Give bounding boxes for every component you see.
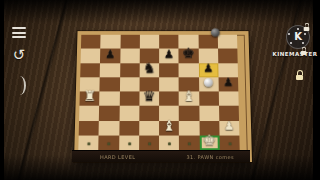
level-label: HARD LEVEL <box>100 154 135 160</box>
square-e5[interactable] <box>159 77 179 91</box>
square-a7[interactable] <box>81 49 101 63</box>
board-frame: ♟♟♚♞♟♟♜♛♝♝♟♚ <box>74 31 252 162</box>
square-b7[interactable]: ♟ <box>100 49 120 63</box>
square-h4[interactable] <box>219 91 239 105</box>
square-b1[interactable] <box>98 135 118 150</box>
square-h2[interactable]: ♟ <box>219 121 239 136</box>
square-b6[interactable] <box>100 63 120 77</box>
square-d1[interactable] <box>139 135 159 150</box>
piece-white-rook[interactable]: ♜ <box>83 90 97 104</box>
move-dot <box>168 142 171 145</box>
square-g1[interactable]: ♚ <box>199 135 219 150</box>
square-b5[interactable] <box>100 77 120 91</box>
square-h7[interactable] <box>218 49 238 63</box>
square-g4[interactable] <box>199 91 219 105</box>
square-c7[interactable] <box>120 49 140 63</box>
film-reel-dots-icon <box>297 36 299 38</box>
lock-icon <box>296 70 303 80</box>
square-d6[interactable]: ♞ <box>139 63 159 77</box>
square-a1[interactable] <box>78 135 98 150</box>
square-b2[interactable] <box>99 121 119 136</box>
square-c3[interactable] <box>119 106 139 121</box>
square-b4[interactable] <box>99 91 119 105</box>
square-a8[interactable] <box>81 35 101 49</box>
square-h5[interactable]: ♟ <box>218 77 238 91</box>
square-c5[interactable] <box>119 77 139 91</box>
square-c4[interactable] <box>119 91 139 105</box>
piece-black-pawn[interactable]: ♟ <box>105 48 116 59</box>
lock-icon <box>304 23 310 31</box>
kinemaster-watermark-text: KINEMASTER <box>270 51 320 57</box>
left-black-edge <box>0 0 4 180</box>
undo-icon[interactable]: ↺ <box>10 46 28 64</box>
square-c2[interactable] <box>119 121 139 136</box>
square-e6[interactable] <box>159 63 179 77</box>
move-label: 31. PAWN comes <box>186 154 234 160</box>
square-e4[interactable] <box>159 91 179 105</box>
square-a6[interactable] <box>80 63 100 77</box>
menu-bar <box>12 32 26 34</box>
square-c6[interactable] <box>120 63 140 77</box>
square-e1[interactable] <box>159 135 179 150</box>
square-d2[interactable] <box>139 121 159 136</box>
menu-bar <box>12 36 26 38</box>
square-f2[interactable] <box>179 121 199 136</box>
piece-white-bishop[interactable]: ♝ <box>182 90 195 104</box>
square-e2[interactable]: ♝ <box>159 121 179 136</box>
piece-black-king[interactable]: ♚ <box>182 47 195 61</box>
square-h1[interactable] <box>219 135 239 150</box>
move-dot <box>88 142 91 145</box>
square-a2[interactable] <box>79 121 99 136</box>
square-f3[interactable] <box>179 106 199 121</box>
piece-white-pawn[interactable]: ♟ <box>224 120 235 132</box>
square-c8[interactable] <box>120 35 140 49</box>
move-dot <box>108 142 111 145</box>
piece-white-bishop[interactable]: ♝ <box>162 119 175 133</box>
square-h8[interactable] <box>218 35 238 49</box>
square-d4[interactable]: ♛ <box>139 91 159 105</box>
piece-white-king[interactable]: ♚ <box>203 133 217 148</box>
lock-icon <box>301 47 307 55</box>
square-g6[interactable]: ♟ <box>198 63 218 77</box>
square-d8[interactable] <box>140 35 160 49</box>
square-b3[interactable] <box>99 106 119 121</box>
square-g3[interactable] <box>199 106 219 121</box>
piece-black-pawn[interactable]: ♟ <box>203 63 214 74</box>
square-f7[interactable]: ♚ <box>179 49 199 63</box>
square-g8[interactable] <box>198 35 218 49</box>
move-dot <box>148 142 151 145</box>
move-dot <box>128 142 131 145</box>
arc-icon[interactable] <box>14 76 26 95</box>
right-black-edge <box>313 0 320 180</box>
square-a3[interactable] <box>79 106 99 121</box>
square-d3[interactable] <box>139 106 159 121</box>
square-e7[interactable]: ♟ <box>159 49 179 63</box>
piece-black-knight[interactable]: ♞ <box>143 61 156 75</box>
piece-black-pawn[interactable]: ♟ <box>223 77 234 88</box>
move-dot <box>188 142 191 145</box>
piece-black-queen[interactable]: ♛ <box>143 90 156 104</box>
square-g5[interactable] <box>199 77 219 91</box>
app-screen: ↺ ♟♟♚♞♟♟♜♛♝♝♟♚ HARD LEVEL 31. PAWN comes… <box>0 0 320 180</box>
square-a4[interactable]: ♜ <box>79 91 99 105</box>
captured-piece-sphere <box>211 28 220 36</box>
status-bar: HARD LEVEL 31. PAWN comes <box>72 150 250 162</box>
square-f6[interactable] <box>179 63 199 77</box>
move-dot <box>228 142 231 145</box>
piece-black-pawn[interactable]: ♟ <box>164 48 174 59</box>
menu-icon[interactable] <box>12 27 26 38</box>
square-c1[interactable] <box>119 135 139 150</box>
square-f4[interactable]: ♝ <box>179 91 199 105</box>
white-sphere-piece[interactable] <box>204 78 213 86</box>
menu-bar <box>12 27 26 29</box>
chess-board[interactable]: ♟♟♚♞♟♟♜♛♝♝♟♚ <box>78 35 239 150</box>
square-f1[interactable] <box>179 135 199 150</box>
